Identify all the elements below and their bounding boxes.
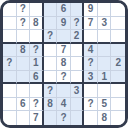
cell-r2c5[interactable]: 9: [57, 17, 71, 31]
cell-r5c1[interactable]: ?: [3, 57, 17, 71]
cell-r7c1[interactable]: [3, 84, 17, 98]
cell-r5c7[interactable]: ?: [84, 57, 98, 71]
cell-r1c6[interactable]: [71, 3, 85, 17]
cell-r6c3[interactable]: 6: [30, 71, 44, 85]
cell-r9c2[interactable]: [17, 111, 31, 125]
cell-r1c5[interactable]: 6: [57, 3, 71, 17]
cell-r5c2[interactable]: [17, 57, 31, 71]
cell-r9c3[interactable]: 7: [30, 111, 44, 125]
cell-r1c4[interactable]: [44, 3, 58, 17]
cell-r4c4[interactable]: [44, 44, 58, 58]
sudoku-grid: ?69?89?73?28?74?18?26?31?36?84?57?8: [3, 3, 125, 125]
cell-r7c4[interactable]: ?: [44, 84, 58, 98]
cell-r2c3[interactable]: 8: [30, 17, 44, 31]
cell-r6c4[interactable]: [44, 71, 58, 85]
cell-r8c1[interactable]: [3, 98, 17, 112]
cell-r7c7[interactable]: [84, 84, 98, 98]
cell-r2c8[interactable]: 3: [98, 17, 112, 31]
cell-r5c3[interactable]: 1: [30, 57, 44, 71]
cell-r7c9[interactable]: [111, 84, 125, 98]
cell-r8c9[interactable]: [111, 98, 125, 112]
cell-r4c1[interactable]: [3, 44, 17, 58]
cell-r3c1[interactable]: [3, 30, 17, 44]
cell-r9c8[interactable]: 8: [98, 111, 112, 125]
cell-r1c8[interactable]: [98, 3, 112, 17]
cell-r6c5[interactable]: ?: [57, 71, 71, 85]
cell-r4c8[interactable]: [98, 44, 112, 58]
cell-r6c8[interactable]: 1: [98, 71, 112, 85]
cell-r4c9[interactable]: [111, 44, 125, 58]
cell-r4c3[interactable]: ?: [30, 44, 44, 58]
cell-r2c9[interactable]: [111, 17, 125, 31]
cell-r9c6[interactable]: [71, 111, 85, 125]
cell-r8c7[interactable]: ?: [84, 98, 98, 112]
cell-r4c2[interactable]: 8: [17, 44, 31, 58]
cell-r3c4[interactable]: ?: [44, 30, 58, 44]
cell-r7c2[interactable]: [17, 84, 31, 98]
cell-r2c7[interactable]: 7: [84, 17, 98, 31]
cell-r7c3[interactable]: [30, 84, 44, 98]
cell-r6c9[interactable]: [111, 71, 125, 85]
cell-r9c9[interactable]: [111, 111, 125, 125]
cell-r8c3[interactable]: ?: [30, 98, 44, 112]
cell-r3c2[interactable]: [17, 30, 31, 44]
cell-r1c9[interactable]: [111, 3, 125, 17]
cell-r1c7[interactable]: 9: [84, 3, 98, 17]
cell-r3c9[interactable]: [111, 30, 125, 44]
cell-r9c5[interactable]: ?: [57, 111, 71, 125]
cell-r8c5[interactable]: 4: [57, 98, 71, 112]
cell-r1c2[interactable]: ?: [17, 3, 31, 17]
cell-r5c4[interactable]: [44, 57, 58, 71]
cell-r6c1[interactable]: [3, 71, 17, 85]
cell-r3c5[interactable]: [57, 30, 71, 44]
sudoku-board: ?69?89?73?28?74?18?26?31?36?84?57?8: [0, 0, 128, 128]
cell-r6c6[interactable]: [71, 71, 85, 85]
cell-r9c1[interactable]: [3, 111, 17, 125]
cell-r2c4[interactable]: [44, 17, 58, 31]
cell-r8c2[interactable]: 6: [17, 98, 31, 112]
cell-r7c8[interactable]: [98, 84, 112, 98]
cell-r1c1[interactable]: [3, 3, 17, 17]
cell-r3c7[interactable]: [84, 30, 98, 44]
cell-r3c3[interactable]: [30, 30, 44, 44]
sudoku-app-window: ?69?89?73?28?74?18?26?31?36?84?57?8: [0, 0, 128, 128]
cell-r9c7[interactable]: [84, 111, 98, 125]
cell-r6c7[interactable]: 3: [84, 71, 98, 85]
cell-r2c2[interactable]: ?: [17, 17, 31, 31]
cell-r8c8[interactable]: 5: [98, 98, 112, 112]
cell-r2c1[interactable]: [3, 17, 17, 31]
cell-r2c6[interactable]: ?: [71, 17, 85, 31]
cell-r3c8[interactable]: [98, 30, 112, 44]
cell-r6c2[interactable]: [17, 71, 31, 85]
cell-r4c7[interactable]: 4: [84, 44, 98, 58]
cell-r9c4[interactable]: [44, 111, 58, 125]
cell-r4c5[interactable]: 7: [57, 44, 71, 58]
cell-r8c6[interactable]: [71, 98, 85, 112]
cell-r7c5[interactable]: [57, 84, 71, 98]
cell-r5c9[interactable]: 2: [111, 57, 125, 71]
cell-r4c6[interactable]: [71, 44, 85, 58]
cell-r7c6[interactable]: 3: [71, 84, 85, 98]
cell-r1c3[interactable]: [30, 3, 44, 17]
cell-r5c8[interactable]: [98, 57, 112, 71]
cell-r5c6[interactable]: [71, 57, 85, 71]
cell-r5c5[interactable]: 8: [57, 57, 71, 71]
cell-r8c4[interactable]: 8: [44, 98, 58, 112]
cell-r3c6[interactable]: 2: [71, 30, 85, 44]
